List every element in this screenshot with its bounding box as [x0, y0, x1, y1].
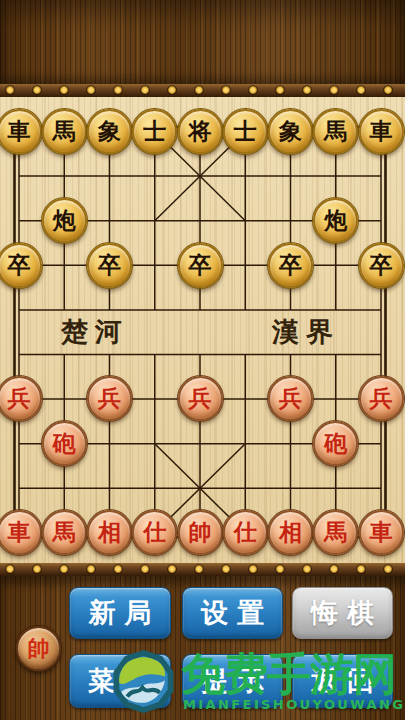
- piece-glyph: 兵: [279, 387, 302, 410]
- piece-black-horse[interactable]: 馬: [313, 109, 358, 154]
- new-game-button[interactable]: 新局: [69, 587, 171, 639]
- piece-glyph: 砲: [324, 432, 347, 455]
- piece-glyph: 卒: [189, 254, 212, 277]
- piece-black-elephant[interactable]: 象: [87, 109, 132, 154]
- piece-black-soldier[interactable]: 卒: [87, 243, 132, 288]
- piece-red-soldier[interactable]: 兵: [359, 376, 404, 421]
- piece-glyph: 馬: [53, 521, 76, 544]
- piece-black-chariot[interactable]: 車: [0, 109, 42, 154]
- piece-glyph: 象: [98, 120, 121, 143]
- piece-glyph: 砲: [53, 432, 76, 455]
- bottom-stud-strip: [0, 563, 405, 576]
- piece-red-advisor[interactable]: 仕: [132, 510, 177, 555]
- piece-glyph: 馬: [324, 521, 347, 544]
- piece-glyph: 車: [370, 521, 393, 544]
- piece-glyph: 士: [234, 120, 257, 143]
- piece-black-soldier[interactable]: 卒: [178, 243, 223, 288]
- watermark-subtitle: MIANFEISHOUYOUWANG: [183, 697, 405, 712]
- piece-black-general[interactable]: 将: [178, 109, 223, 154]
- watermark-logo-icon: [111, 649, 176, 714]
- piece-glyph: 炮: [324, 209, 347, 232]
- piece-red-elephant[interactable]: 相: [268, 510, 313, 555]
- piece-red-soldier[interactable]: 兵: [0, 376, 42, 421]
- piece-red-soldier[interactable]: 兵: [87, 376, 132, 421]
- piece-red-advisor[interactable]: 仕: [223, 510, 268, 555]
- piece-red-cannon[interactable]: 砲: [42, 421, 87, 466]
- piece-black-horse[interactable]: 馬: [42, 109, 87, 154]
- piece-black-soldier[interactable]: 卒: [268, 243, 313, 288]
- piece-glyph: 馬: [324, 120, 347, 143]
- piece-red-horse[interactable]: 馬: [42, 510, 87, 555]
- piece-red-elephant[interactable]: 相: [87, 510, 132, 555]
- piece-glyph: 仕: [143, 521, 166, 544]
- piece-glyph: 卒: [8, 254, 31, 277]
- piece-glyph: 相: [98, 521, 121, 544]
- piece-glyph: 兵: [98, 387, 121, 410]
- piece-glyph: 士: [143, 120, 166, 143]
- piece-glyph: 炮: [53, 209, 76, 232]
- piece-glyph: 兵: [189, 387, 212, 410]
- piece-glyph: 兵: [8, 387, 31, 410]
- piece-red-horse[interactable]: 馬: [313, 510, 358, 555]
- piece-glyph: 象: [279, 120, 302, 143]
- piece-glyph: 車: [370, 120, 393, 143]
- xiangqi-app: 楚河 漢界 車馬象士将士象馬車炮炮卒卒卒卒卒兵兵兵兵兵砲砲車馬相仕帥仕相馬車 帥…: [0, 0, 405, 720]
- piece-black-cannon[interactable]: 炮: [313, 198, 358, 243]
- piece-glyph: 将: [189, 120, 212, 143]
- top-wood-frame: [0, 0, 405, 84]
- piece-glyph: 卒: [98, 254, 121, 277]
- piece-red-soldier[interactable]: 兵: [178, 376, 223, 421]
- piece-black-chariot[interactable]: 車: [359, 109, 404, 154]
- piece-black-elephant[interactable]: 象: [268, 109, 313, 154]
- red-general-turn-indicator: 帥: [16, 626, 61, 671]
- undo-button[interactable]: 悔棋: [292, 587, 393, 639]
- piece-black-advisor[interactable]: 士: [223, 109, 268, 154]
- piece-red-general[interactable]: 帥: [178, 510, 223, 555]
- piece-red-cannon[interactable]: 砲: [313, 421, 358, 466]
- piece-glyph: 兵: [370, 387, 393, 410]
- settings-button[interactable]: 设置: [182, 587, 283, 639]
- piece-black-soldier[interactable]: 卒: [359, 243, 404, 288]
- watermark-title: 免费手游网: [181, 645, 396, 704]
- piece-red-chariot[interactable]: 車: [0, 510, 42, 555]
- xiangqi-board[interactable]: 楚河 漢界 車馬象士将士象馬車炮炮卒卒卒卒卒兵兵兵兵兵砲砲車馬相仕帥仕相馬車: [0, 97, 405, 563]
- piece-red-soldier[interactable]: 兵: [268, 376, 313, 421]
- pieces-layer: 車馬象士将士象馬車炮炮卒卒卒卒卒兵兵兵兵兵砲砲車馬相仕帥仕相馬車: [0, 109, 404, 555]
- top-stud-strip: [0, 84, 405, 97]
- piece-black-cannon[interactable]: 炮: [42, 198, 87, 243]
- piece-black-advisor[interactable]: 士: [132, 109, 177, 154]
- piece-glyph: 仕: [234, 521, 257, 544]
- piece-red-chariot[interactable]: 車: [359, 510, 404, 555]
- piece-glyph: 車: [8, 120, 31, 143]
- piece-glyph: 相: [279, 521, 302, 544]
- piece-glyph: 車: [8, 521, 31, 544]
- piece-glyph: 帥: [189, 521, 212, 544]
- piece-glyph: 卒: [279, 254, 302, 277]
- piece-glyph: 卒: [370, 254, 393, 277]
- piece-black-soldier[interactable]: 卒: [0, 243, 42, 288]
- decor-piece-glyph: 帥: [28, 634, 50, 664]
- piece-glyph: 馬: [53, 120, 76, 143]
